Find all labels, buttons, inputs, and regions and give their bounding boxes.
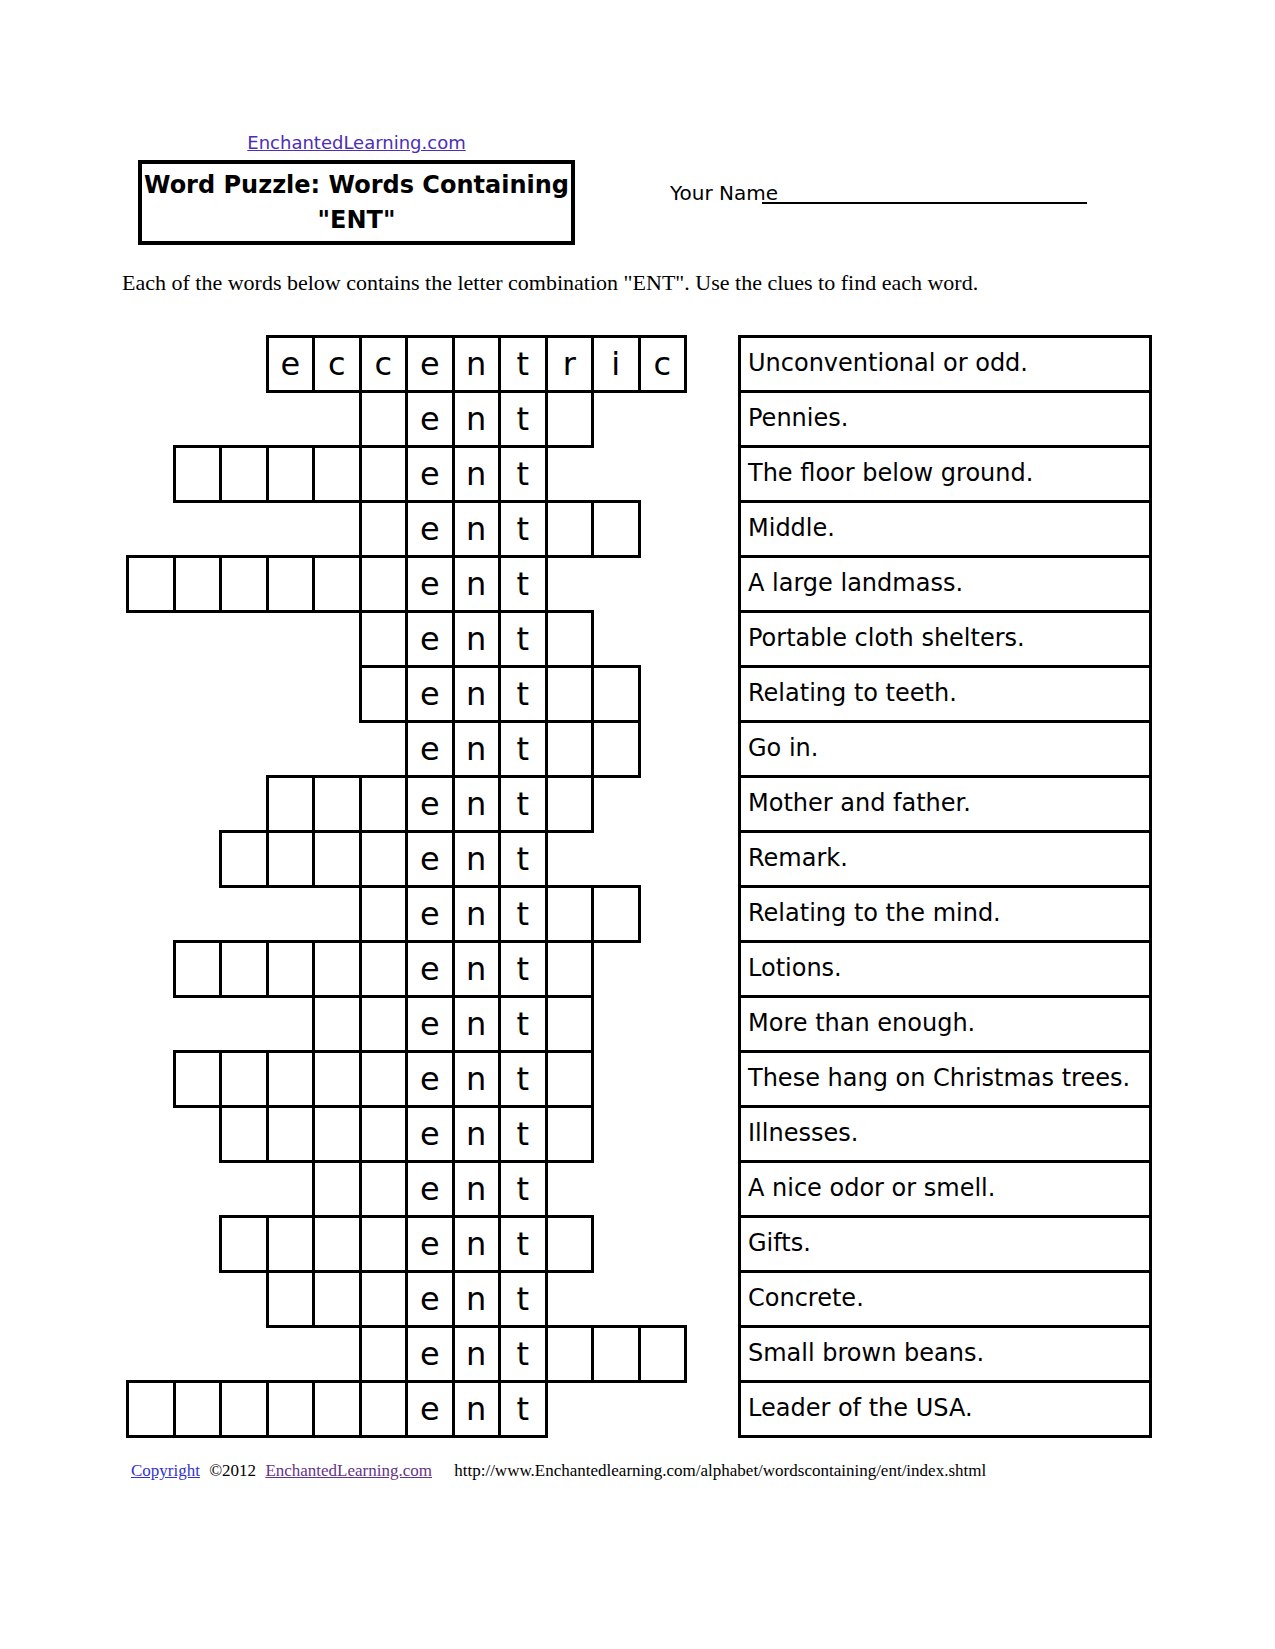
grid-cell-empty[interactable] [219,1380,269,1438]
clue-box: A nice odor or smell. [738,1160,1152,1218]
grid-cell-letter: n [452,390,502,448]
grid-cell-empty[interactable] [312,1215,362,1273]
grid-cell-letter: e [405,1105,455,1163]
grid-cell-empty[interactable] [591,665,641,723]
title-line2: "ENT" [318,203,396,238]
grid-cell-letter: e [405,1380,455,1438]
grid-cell-letter: e [405,610,455,668]
worksheet-page: EnchantedLearning.com Word Puzzle: Words… [0,0,1275,1649]
clue-text: Mother and father. [748,789,971,817]
clue-text: Small brown beans. [748,1339,984,1367]
grid-cell-letter: t [498,390,548,448]
grid-cell-letter: c [638,335,688,393]
grid-cell-letter: e [405,885,455,943]
title-box: Word Puzzle: Words Containing "ENT" [138,160,575,245]
grid-cell-empty[interactable] [266,1270,316,1328]
grid-cell-letter: t [498,720,548,778]
footer-url: http://www.Enchantedlearning.com/alphabe… [454,1461,986,1480]
grid-cell-empty[interactable] [545,1215,595,1273]
grid-cell-letter: c [359,335,409,393]
grid-cell-letter: t [498,1050,548,1108]
grid-cell-empty[interactable] [312,1160,362,1218]
clue-text: Leader of the USA. [748,1394,973,1422]
grid-cell-empty[interactable] [545,885,595,943]
grid-cell-letter: e [405,1215,455,1273]
grid-cell-empty[interactable] [359,830,409,888]
grid-cell-letter: t [498,775,548,833]
clue-text: Go in. [748,734,818,762]
grid-cell-empty[interactable] [359,1270,409,1328]
grid-cell-letter: e [405,830,455,888]
grid-cell-letter: n [452,555,502,613]
grid-cell-letter: n [452,720,502,778]
grid-cell-empty[interactable] [266,830,316,888]
grid-cell-empty[interactable] [359,1160,409,1218]
grid-cell-empty[interactable] [219,445,269,503]
clue-text: More than enough. [748,1009,975,1037]
grid-cell-letter: e [405,1050,455,1108]
grid-cell-empty[interactable] [545,500,595,558]
grid-cell-letter: e [405,940,455,998]
grid-cell-empty[interactable] [359,610,409,668]
grid-cell-letter: n [452,610,502,668]
grid-cell-empty[interactable] [359,665,409,723]
grid-cell-empty[interactable] [126,555,176,613]
instructions-text: Each of the words below contains the let… [122,270,1182,296]
grid-cell-letter: n [452,665,502,723]
grid-cell-empty[interactable] [173,1050,223,1108]
copyright-link[interactable]: Copyright [131,1461,200,1480]
grid-cell-empty[interactable] [545,1325,595,1383]
grid-cell-empty[interactable] [312,775,362,833]
clue-box: Small brown beans. [738,1325,1152,1383]
clue-box: Remark. [738,830,1152,888]
grid-cell-letter: t [498,1215,548,1273]
grid-cell-empty[interactable] [591,720,641,778]
clue-box: Concrete. [738,1270,1152,1328]
grid-cell-empty[interactable] [219,555,269,613]
grid-cell-empty[interactable] [545,775,595,833]
title-line1: Word Puzzle: Words Containing [144,168,569,203]
copyright-year: ©2012 [209,1461,256,1480]
footer-site-link[interactable]: EnchantedLearning.com [265,1461,432,1480]
grid-cell-empty[interactable] [359,500,409,558]
grid-cell-empty[interactable] [359,1325,409,1383]
grid-cell-letter: t [498,1325,548,1383]
clue-box: Leader of the USA. [738,1380,1152,1438]
clue-text: Pennies. [748,404,848,432]
footer: Copyright ©2012 EnchantedLearning.com ht… [131,1461,986,1481]
grid-cell-empty[interactable] [359,775,409,833]
clue-box: More than enough. [738,995,1152,1053]
clue-box: Relating to the mind. [738,885,1152,943]
grid-cell-letter: i [591,335,641,393]
grid-cell-empty[interactable] [545,995,595,1053]
grid-cell-empty[interactable] [359,1050,409,1108]
clue-text: Illnesses. [748,1119,858,1147]
clue-text: Middle. [748,514,835,542]
grid-cell-empty[interactable] [359,1215,409,1273]
grid-cell-empty[interactable] [266,555,316,613]
clue-text: Unconventional or odd. [748,349,1028,377]
grid-cell-letter: e [405,995,455,1053]
grid-cell-letter: n [452,995,502,1053]
header: EnchantedLearning.com [138,132,575,153]
grid-cell-letter: e [405,335,455,393]
grid-cell-letter: e [405,445,455,503]
grid-cell-empty[interactable] [266,445,316,503]
grid-cell-letter: e [405,555,455,613]
grid-cell-letter: e [405,720,455,778]
clue-text: Lotions. [748,954,842,982]
clue-box: Mother and father. [738,775,1152,833]
grid-cell-empty[interactable] [312,555,362,613]
clue-text: A nice odor or smell. [748,1174,995,1202]
grid-cell-empty[interactable] [266,1050,316,1108]
grid-cell-letter: t [498,445,548,503]
grid-cell-empty[interactable] [266,1380,316,1438]
grid-cell-empty[interactable] [545,940,595,998]
grid-cell-empty[interactable] [359,1105,409,1163]
grid-cell-letter: t [498,940,548,998]
grid-cell-letter: e [405,390,455,448]
clue-text: Concrete. [748,1284,864,1312]
grid-cell-letter: t [498,1270,548,1328]
grid-cell-empty[interactable] [173,555,223,613]
grid-cell-empty[interactable] [312,1050,362,1108]
grid-cell-empty[interactable] [545,610,595,668]
grid-cell-empty[interactable] [312,1105,362,1163]
grid-cell-letter: e [405,500,455,558]
clue-box: A large landmass. [738,555,1152,613]
grid-cell-empty[interactable] [638,1325,688,1383]
clue-box: These hang on Christmas trees. [738,1050,1152,1108]
grid-cell-letter: t [498,1160,548,1218]
grid-cell-empty[interactable] [359,995,409,1053]
grid-cell-empty[interactable] [312,995,362,1053]
grid-cell-letter: e [405,1325,455,1383]
grid-cell-empty[interactable] [312,1380,362,1438]
grid-cell-empty[interactable] [545,720,595,778]
grid-cell-empty[interactable] [312,445,362,503]
clue-box: Portable cloth shelters. [738,610,1152,668]
grid-cell-letter: n [452,335,502,393]
grid-cell-letter: t [498,665,548,723]
clue-box: Go in. [738,720,1152,778]
grid-cell-letter: e [405,1270,455,1328]
grid-cell-letter: n [452,1050,502,1108]
grid-cell-letter: t [498,610,548,668]
clue-text: Relating to the mind. [748,899,1001,927]
grid-cell-empty[interactable] [591,885,641,943]
clue-text: Relating to teeth. [748,679,957,707]
grid-cell-empty[interactable] [312,1270,362,1328]
grid-cell-letter: n [452,500,502,558]
grid-cell-letter: c [312,335,362,393]
grid-cell-empty[interactable] [591,500,641,558]
grid-cell-empty[interactable] [359,445,409,503]
grid-cell-empty[interactable] [173,1380,223,1438]
grid-cell-empty[interactable] [545,665,595,723]
grid-cell-empty[interactable] [266,775,316,833]
grid-cell-letter: e [266,335,316,393]
clue-text: Gifts. [748,1229,811,1257]
clue-box: Pennies. [738,390,1152,448]
clue-box: The floor below ground. [738,445,1152,503]
grid-cell-letter: e [405,665,455,723]
grid-cell-empty[interactable] [545,390,595,448]
clue-text: These hang on Christmas trees. [748,1064,1130,1092]
grid-cell-letter: n [452,445,502,503]
grid-cell-letter: t [498,500,548,558]
grid-cell-letter: n [452,1380,502,1438]
grid-cell-letter: t [498,995,548,1053]
grid-cell-letter: t [498,885,548,943]
grid-cell-empty[interactable] [266,1215,316,1273]
clue-text: Portable cloth shelters. [748,624,1025,652]
grid-cell-letter: e [405,775,455,833]
grid-cell-letter: t [498,555,548,613]
grid-cell-empty[interactable] [312,940,362,998]
grid-cell-empty[interactable] [359,1380,409,1438]
clue-text: The floor below ground. [748,459,1033,487]
grid-cell-letter: n [452,775,502,833]
grid-cell-empty[interactable] [173,445,223,503]
clue-box: Unconventional or odd. [738,335,1152,393]
clue-box: Gifts. [738,1215,1152,1273]
grid-cell-empty[interactable] [545,1105,595,1163]
clue-box: Lotions. [738,940,1152,998]
grid-cell-letter: t [498,1380,548,1438]
enchantedlearning-link[interactable]: EnchantedLearning.com [247,132,465,153]
name-write-line[interactable] [762,202,1087,204]
clue-text: Remark. [748,844,848,872]
grid-cell-letter: t [498,335,548,393]
grid-cell-letter: t [498,1105,548,1163]
grid-cell-letter: n [452,1325,502,1383]
grid-cell-empty[interactable] [219,830,269,888]
grid-cell-letter: n [452,885,502,943]
grid-cell-empty[interactable] [591,1325,641,1383]
clue-box: Illnesses. [738,1105,1152,1163]
clue-box: Middle. [738,500,1152,558]
grid-cell-letter: t [498,830,548,888]
grid-cell-empty[interactable] [545,1050,595,1108]
grid-cell-letter: n [452,1215,502,1273]
grid-cell-letter: n [452,1105,502,1163]
grid-cell-empty[interactable] [359,885,409,943]
grid-cell-letter: n [452,1270,502,1328]
grid-cell-letter: n [452,940,502,998]
grid-cell-empty[interactable] [359,940,409,998]
grid-cell-empty[interactable] [126,1380,176,1438]
grid-cell-empty[interactable] [359,555,409,613]
grid-cell-letter: n [452,1160,502,1218]
grid-cell-empty[interactable] [359,390,409,448]
grid-cell-empty[interactable] [219,1105,269,1163]
grid-cell-empty[interactable] [266,1105,316,1163]
grid-cell-letter: n [452,830,502,888]
grid-cell-empty[interactable] [266,940,316,998]
grid-cell-empty[interactable] [173,940,223,998]
grid-cell-letter: e [405,1160,455,1218]
clue-box: Relating to teeth. [738,665,1152,723]
grid-cell-empty[interactable] [219,1050,269,1108]
grid-cell-empty[interactable] [312,830,362,888]
clue-text: A large landmass. [748,569,963,597]
grid-cell-empty[interactable] [219,940,269,998]
grid-cell-empty[interactable] [219,1215,269,1273]
grid-cell-letter: r [545,335,595,393]
